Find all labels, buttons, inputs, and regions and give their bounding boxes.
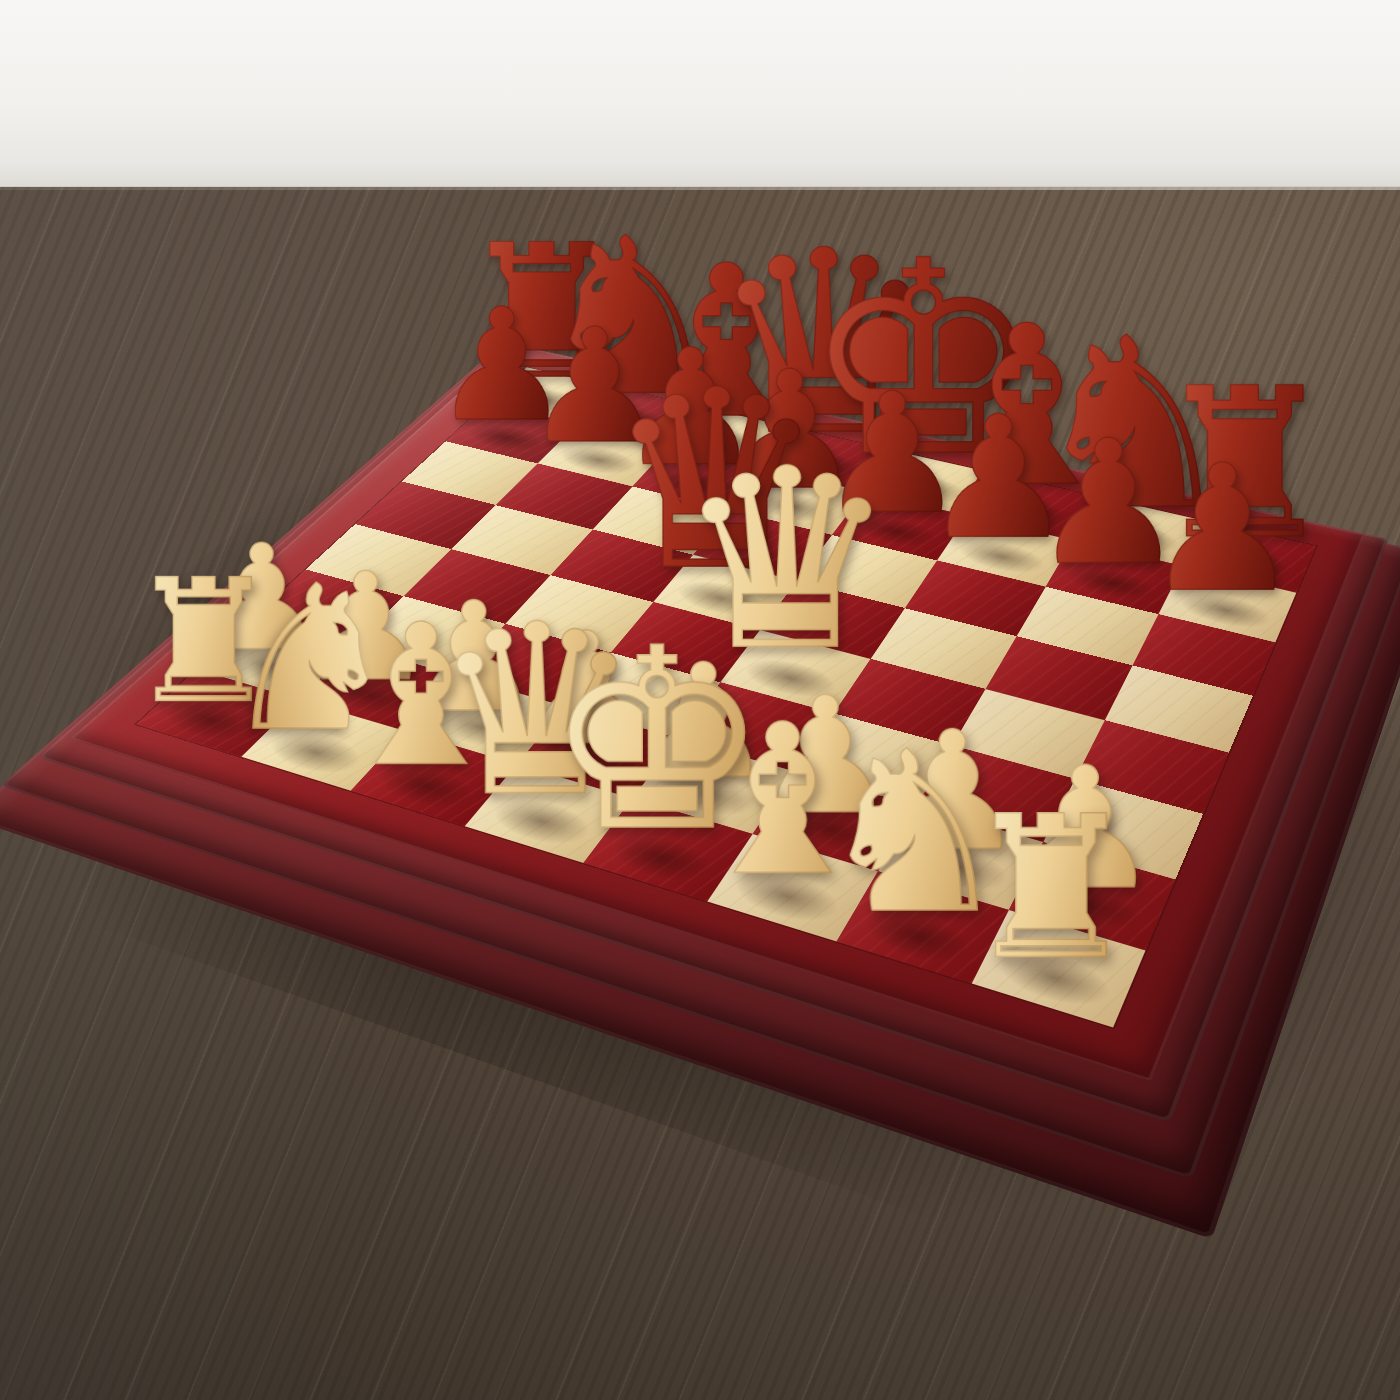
photo-scene: ♜♞♝♛♚♝♞♜♟♟♟♟♟♟♟♟♛♛♟♟♟♟♟♟♟♟♜♞♝♛♚♝♞♜ — [0, 0, 1400, 1400]
square-h1: ♜ — [972, 910, 1146, 1027]
chess-board-3d: ♜♞♝♛♚♝♞♜♟♟♟♟♟♟♟♟♛♛♟♟♟♟♟♟♟♟♜♞♝♛♚♝♞♜ — [71, 345, 1365, 1081]
piece-white-rook-h1: ♜ — [962, 790, 1138, 987]
piece-red-pawn-h7: ♟ — [1144, 441, 1301, 616]
board-stage: ♜♞♝♛♚♝♞♜♟♟♟♟♟♟♟♟♛♛♟♟♟♟♟♟♟♟♜♞♝♛♚♝♞♜ — [0, 0, 1400, 1400]
